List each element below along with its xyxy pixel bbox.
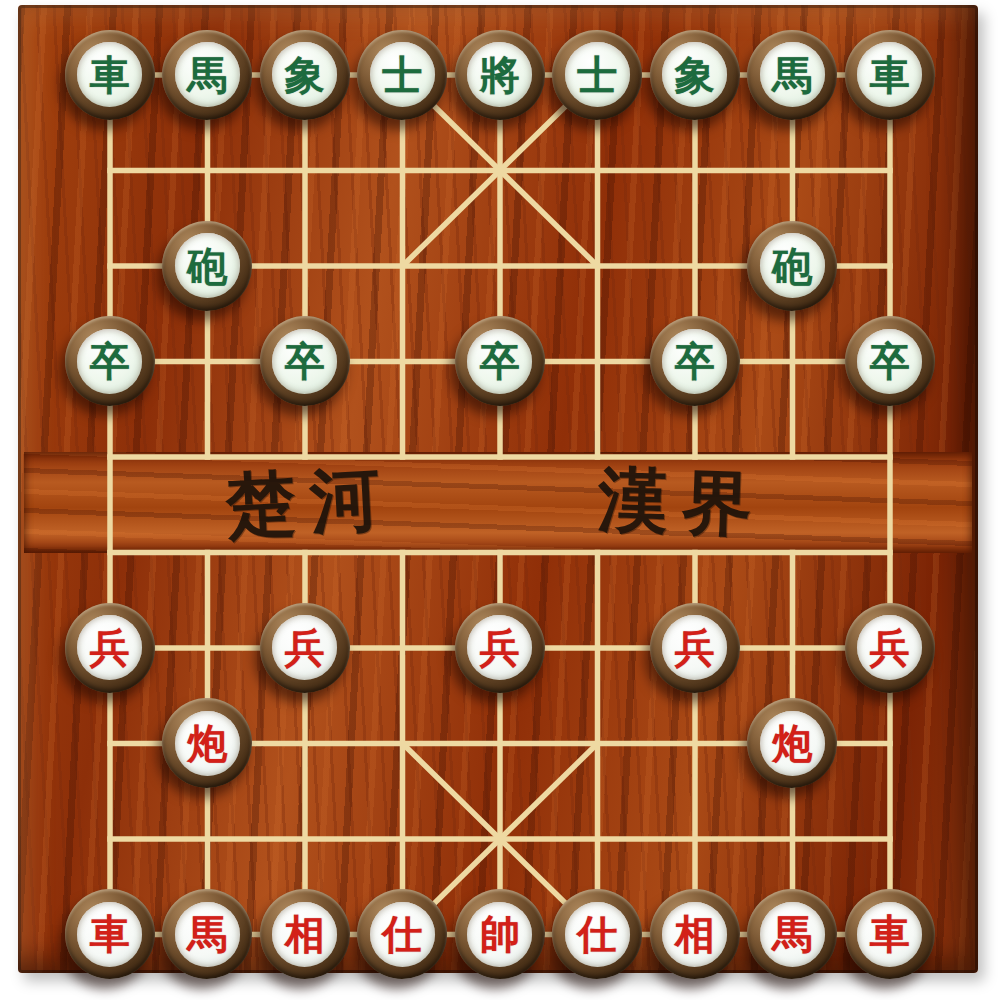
piece-face: 士	[565, 42, 630, 107]
piece-character: 馬	[187, 914, 227, 954]
piece-character: 馬	[772, 55, 812, 95]
piece-character: 車	[870, 55, 910, 95]
piece-face: 卒	[857, 329, 922, 394]
piece-face: 卒	[77, 329, 142, 394]
board-square-i1: 車	[841, 27, 939, 123]
piece-green-chariot-i1[interactable]: 車	[845, 30, 935, 120]
piece-face: 仕	[370, 902, 435, 967]
board-square-g1: 象	[646, 27, 744, 123]
piece-green-soldier-e4[interactable]: 卒	[455, 316, 545, 406]
piece-face: 兵	[662, 615, 727, 680]
board-square-h8: 炮	[744, 696, 842, 792]
piece-face: 卒	[272, 329, 337, 394]
piece-face: 砲	[760, 233, 825, 298]
piece-face: 馬	[175, 42, 240, 107]
board-square-g10: 相	[646, 887, 744, 983]
board-square-f10: 仕	[549, 887, 647, 983]
board-square-a7: 兵	[61, 600, 159, 696]
board-square-d10: 仕	[354, 887, 452, 983]
board-square-c10: 相	[256, 887, 354, 983]
board-square-h1: 馬	[744, 27, 842, 123]
piece-red-general-e10[interactable]: 帥	[455, 889, 545, 979]
board-square-d1: 士	[354, 27, 452, 123]
board-square-g7: 兵	[646, 600, 744, 696]
piece-red-soldier-i7[interactable]: 兵	[845, 603, 935, 693]
piece-face: 炮	[175, 711, 240, 776]
piece-face: 兵	[77, 615, 142, 680]
piece-character: 士	[577, 55, 617, 95]
piece-face: 卒	[662, 329, 727, 394]
piece-character: 兵	[285, 628, 325, 668]
piece-character: 仕	[382, 914, 422, 954]
piece-face: 車	[857, 42, 922, 107]
piece-layer: 車馬象士將士象馬車砲砲卒卒卒卒卒兵兵兵兵兵炮炮車馬相仕帥仕相馬車	[61, 27, 939, 982]
piece-character: 炮	[187, 723, 227, 763]
piece-face: 兵	[272, 615, 337, 680]
piece-character: 車	[90, 55, 130, 95]
piece-character: 馬	[187, 55, 227, 95]
piece-face: 帥	[467, 902, 532, 967]
board-square-c4: 卒	[256, 314, 354, 410]
piece-red-chariot-a10[interactable]: 車	[65, 889, 155, 979]
piece-face: 車	[77, 902, 142, 967]
piece-red-soldier-a7[interactable]: 兵	[65, 603, 155, 693]
piece-red-elephant-g10[interactable]: 相	[650, 889, 740, 979]
piece-face: 象	[272, 42, 337, 107]
piece-character: 砲	[187, 246, 227, 286]
piece-face: 馬	[760, 42, 825, 107]
board-square-b3: 砲	[159, 218, 257, 314]
piece-character: 卒	[675, 341, 715, 381]
piece-face: 士	[370, 42, 435, 107]
piece-green-soldier-c4[interactable]: 卒	[260, 316, 350, 406]
piece-green-elephant-c1[interactable]: 象	[260, 30, 350, 120]
piece-green-horse-h1[interactable]: 馬	[747, 30, 837, 120]
board-square-f1: 士	[549, 27, 647, 123]
board-square-h3: 砲	[744, 218, 842, 314]
piece-face: 將	[467, 42, 532, 107]
piece-character: 象	[285, 55, 325, 95]
piece-character: 炮	[772, 723, 812, 763]
board-square-i4: 卒	[841, 314, 939, 410]
board-square-e1: 將	[451, 27, 549, 123]
xiangqi-board: 楚河 漢界 車馬象士將士象馬車砲砲卒卒卒卒卒兵兵兵兵兵炮炮車馬相仕帥仕相馬車	[18, 5, 978, 973]
piece-character: 仕	[577, 914, 617, 954]
piece-face: 相	[272, 902, 337, 967]
board-square-a1: 車	[61, 27, 159, 123]
piece-green-horse-b1[interactable]: 馬	[162, 30, 252, 120]
board-square-a10: 車	[61, 887, 159, 983]
piece-red-elephant-c10[interactable]: 相	[260, 889, 350, 979]
piece-face: 砲	[175, 233, 240, 298]
board-square-e10: 帥	[451, 887, 549, 983]
piece-red-cannon-b8[interactable]: 炮	[162, 698, 252, 788]
piece-face: 車	[857, 902, 922, 967]
board-square-g4: 卒	[646, 314, 744, 410]
board-square-e4: 卒	[451, 314, 549, 410]
piece-green-advisor-d1[interactable]: 士	[357, 30, 447, 120]
piece-character: 馬	[772, 914, 812, 954]
piece-face: 仕	[565, 902, 630, 967]
piece-green-chariot-a1[interactable]: 車	[65, 30, 155, 120]
piece-character: 士	[382, 55, 422, 95]
board-square-i7: 兵	[841, 600, 939, 696]
piece-green-soldier-i4[interactable]: 卒	[845, 316, 935, 406]
piece-red-advisor-d10[interactable]: 仕	[357, 889, 447, 979]
piece-face: 車	[77, 42, 142, 107]
piece-character: 兵	[90, 628, 130, 668]
piece-face: 卒	[467, 329, 532, 394]
piece-face: 兵	[467, 615, 532, 680]
piece-red-soldier-c7[interactable]: 兵	[260, 603, 350, 693]
piece-red-advisor-f10[interactable]: 仕	[552, 889, 642, 979]
piece-green-elephant-g1[interactable]: 象	[650, 30, 740, 120]
piece-red-cannon-h8[interactable]: 炮	[747, 698, 837, 788]
piece-face: 馬	[175, 902, 240, 967]
board-square-c7: 兵	[256, 600, 354, 696]
piece-red-soldier-g7[interactable]: 兵	[650, 603, 740, 693]
board-square-b1: 馬	[159, 27, 257, 123]
piece-face: 兵	[857, 615, 922, 680]
piece-red-horse-h10[interactable]: 馬	[747, 889, 837, 979]
board-square-a4: 卒	[61, 314, 159, 410]
piece-character: 車	[90, 914, 130, 954]
piece-character: 象	[675, 55, 715, 95]
piece-character: 相	[675, 914, 715, 954]
piece-green-general-e1[interactable]: 將	[455, 30, 545, 120]
piece-green-soldier-g4[interactable]: 卒	[650, 316, 740, 406]
piece-character: 車	[870, 914, 910, 954]
piece-face: 相	[662, 902, 727, 967]
board-square-b8: 炮	[159, 696, 257, 792]
piece-green-cannon-h3[interactable]: 砲	[747, 221, 837, 311]
board-square-c1: 象	[256, 27, 354, 123]
piece-face: 馬	[760, 902, 825, 967]
piece-character: 卒	[480, 341, 520, 381]
piece-red-chariot-i10[interactable]: 車	[845, 889, 935, 979]
piece-character: 將	[480, 55, 520, 95]
piece-character: 卒	[285, 341, 325, 381]
piece-character: 帥	[480, 914, 520, 954]
piece-character: 兵	[675, 628, 715, 668]
piece-green-soldier-a4[interactable]: 卒	[65, 316, 155, 406]
piece-character: 砲	[772, 246, 812, 286]
board-square-i10: 車	[841, 887, 939, 983]
piece-character: 兵	[480, 628, 520, 668]
board-square-e7: 兵	[451, 600, 549, 696]
piece-character: 卒	[870, 341, 910, 381]
board-square-b10: 馬	[159, 887, 257, 983]
piece-character: 卒	[90, 341, 130, 381]
piece-red-soldier-e7[interactable]: 兵	[455, 603, 545, 693]
piece-green-advisor-f1[interactable]: 士	[552, 30, 642, 120]
piece-red-horse-b10[interactable]: 馬	[162, 889, 252, 979]
board-square-h10: 馬	[744, 887, 842, 983]
piece-face: 象	[662, 42, 727, 107]
piece-character: 兵	[870, 628, 910, 668]
piece-green-cannon-b3[interactable]: 砲	[162, 221, 252, 311]
piece-character: 相	[285, 914, 325, 954]
piece-face: 炮	[760, 711, 825, 776]
